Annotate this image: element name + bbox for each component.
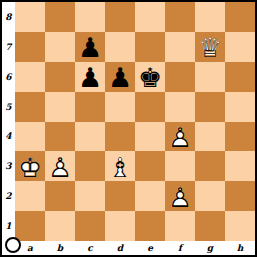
square-a7[interactable] <box>15 32 45 62</box>
piece-black-king[interactable]: ♚ <box>135 62 165 92</box>
square-g8[interactable] <box>195 2 225 32</box>
piece-black-pawn[interactable]: ♟ <box>105 62 135 92</box>
square-c7[interactable]: ♟ <box>75 32 105 62</box>
square-g4[interactable] <box>195 122 225 152</box>
piece-white-queen[interactable]: ♛♕ <box>195 32 225 62</box>
move-indicator-cell <box>2 241 15 255</box>
square-c4[interactable] <box>75 122 105 152</box>
square-g2[interactable] <box>195 181 225 211</box>
square-b1[interactable] <box>45 211 75 241</box>
square-a1[interactable] <box>15 211 45 241</box>
square-d4[interactable] <box>105 122 135 152</box>
square-a2[interactable] <box>15 181 45 211</box>
square-g1[interactable] <box>195 211 225 241</box>
square-f3[interactable] <box>165 151 195 181</box>
piece-black-pawn[interactable]: ♟ <box>75 62 105 92</box>
square-f8[interactable] <box>165 2 195 32</box>
square-c5[interactable] <box>75 92 105 122</box>
square-g3[interactable] <box>195 151 225 181</box>
square-d3[interactable]: ♝♗ <box>105 151 135 181</box>
piece-black-pawn[interactable]: ♟ <box>75 32 105 62</box>
rank-label-7: 7 <box>2 32 15 62</box>
square-f4[interactable]: ♟♙ <box>165 122 195 152</box>
square-a3[interactable]: ♚♔ <box>15 151 45 181</box>
square-g6[interactable] <box>195 62 225 92</box>
square-f7[interactable] <box>165 32 195 62</box>
file-label-e: e <box>135 241 165 255</box>
piece-white-pawn[interactable]: ♟♙ <box>165 122 195 152</box>
square-g7[interactable]: ♛♕ <box>195 32 225 62</box>
square-c8[interactable] <box>75 2 105 32</box>
rank-label-2: 2 <box>2 181 15 211</box>
square-a6[interactable] <box>15 62 45 92</box>
square-d5[interactable] <box>105 92 135 122</box>
square-c1[interactable] <box>75 211 105 241</box>
square-c3[interactable] <box>75 151 105 181</box>
square-h2[interactable] <box>225 181 255 211</box>
square-d2[interactable] <box>105 181 135 211</box>
square-e8[interactable] <box>135 2 165 32</box>
square-a4[interactable] <box>15 122 45 152</box>
square-b3[interactable]: ♟♙ <box>45 151 75 181</box>
square-e4[interactable] <box>135 122 165 152</box>
white-to-move-circle-icon <box>5 237 21 253</box>
square-h3[interactable] <box>225 151 255 181</box>
file-label-d: d <box>105 241 135 255</box>
square-e3[interactable] <box>135 151 165 181</box>
square-e5[interactable] <box>135 92 165 122</box>
square-h5[interactable] <box>225 92 255 122</box>
piece-white-bishop[interactable]: ♝♗ <box>105 151 135 181</box>
square-h4[interactable] <box>225 122 255 152</box>
square-c2[interactable] <box>75 181 105 211</box>
square-d1[interactable] <box>105 211 135 241</box>
square-e1[interactable] <box>135 211 165 241</box>
file-label-h: h <box>225 241 255 255</box>
square-f6[interactable] <box>165 62 195 92</box>
square-b7[interactable] <box>45 32 75 62</box>
piece-white-king[interactable]: ♚♔ <box>15 151 45 181</box>
rank-label-4: 4 <box>2 122 15 152</box>
square-b5[interactable] <box>45 92 75 122</box>
square-g5[interactable] <box>195 92 225 122</box>
square-d7[interactable] <box>105 32 135 62</box>
square-e6[interactable]: ♚ <box>135 62 165 92</box>
square-b4[interactable] <box>45 122 75 152</box>
square-h1[interactable] <box>225 211 255 241</box>
square-b2[interactable] <box>45 181 75 211</box>
file-label-f: f <box>165 241 195 255</box>
square-h7[interactable] <box>225 32 255 62</box>
square-f5[interactable] <box>165 92 195 122</box>
rank-label-3: 3 <box>2 151 15 181</box>
piece-white-pawn[interactable]: ♟♙ <box>45 151 75 181</box>
rank-label-6: 6 <box>2 62 15 92</box>
piece-white-pawn[interactable]: ♟♙ <box>165 181 195 211</box>
square-f2[interactable]: ♟♙ <box>165 181 195 211</box>
file-label-g: g <box>195 241 225 255</box>
file-label-b: b <box>45 241 75 255</box>
square-b8[interactable] <box>45 2 75 32</box>
file-label-c: c <box>75 241 105 255</box>
square-h6[interactable] <box>225 62 255 92</box>
square-a8[interactable] <box>15 2 45 32</box>
square-b6[interactable] <box>45 62 75 92</box>
chess-board: 87♟♛♕6♟♟♚54♟♙3♚♔♟♙♝♗2♟♙1abcdefgh <box>0 0 257 257</box>
rank-label-5: 5 <box>2 92 15 122</box>
square-h8[interactable] <box>225 2 255 32</box>
square-a5[interactable] <box>15 92 45 122</box>
square-f1[interactable] <box>165 211 195 241</box>
rank-label-8: 8 <box>2 2 15 32</box>
square-c6[interactable]: ♟ <box>75 62 105 92</box>
square-e7[interactable] <box>135 32 165 62</box>
square-d6[interactable]: ♟ <box>105 62 135 92</box>
square-d8[interactable] <box>105 2 135 32</box>
square-e2[interactable] <box>135 181 165 211</box>
